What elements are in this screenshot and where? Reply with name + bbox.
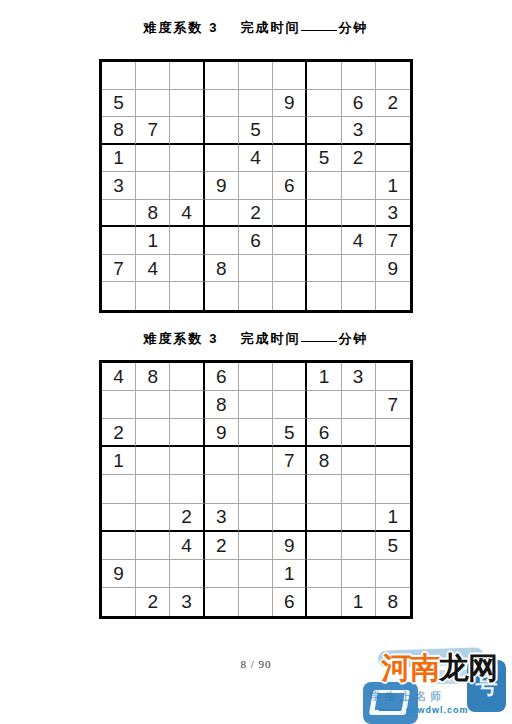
sudoku-cell-r4c4 xyxy=(205,145,239,173)
sudoku-cell-r5c8 xyxy=(342,475,376,503)
sudoku-cell-r8c5 xyxy=(239,560,273,588)
sudoku-cell-r8c8 xyxy=(342,560,376,588)
sudoku-cell-r2c6 xyxy=(273,391,307,419)
sudoku-cell-r8c3 xyxy=(170,255,204,283)
sudoku-cell-r3c1: 8 xyxy=(102,117,136,145)
sudoku-cell-r2c5 xyxy=(239,90,273,118)
sudoku-cell-r5c8 xyxy=(342,172,376,200)
sudoku-cell-r9c4 xyxy=(205,282,239,310)
site-watermark: 学生上名师 河南龙网 号 scwdwl.com xyxy=(362,644,512,724)
sudoku-cell-r2c9: 7 xyxy=(376,391,410,419)
puzzle-1-time-suffix: 分钟 xyxy=(338,20,368,35)
sudoku-cell-r1c3 xyxy=(170,62,204,90)
sudoku-cell-r3c2: 7 xyxy=(136,117,170,145)
time-blank-line xyxy=(301,27,337,31)
sudoku-cell-r9c2 xyxy=(136,282,170,310)
sudoku-cell-r5c1: 3 xyxy=(102,172,136,200)
puzzle-2-title: 难度系数 3完成时间分钟 xyxy=(0,330,512,348)
sudoku-cell-r6c6 xyxy=(273,504,307,532)
sudoku-cell-r2c2 xyxy=(136,90,170,118)
sudoku-cell-r4c9 xyxy=(376,145,410,173)
sudoku-cell-r3c2 xyxy=(136,419,170,447)
sudoku-cell-r7c3 xyxy=(170,227,204,255)
sudoku-cell-r2c8: 6 xyxy=(342,90,376,118)
sudoku-cell-r7c6: 9 xyxy=(273,532,307,560)
sudoku-cell-r4c7: 8 xyxy=(307,447,341,475)
sudoku-cell-r2c2 xyxy=(136,391,170,419)
dash-decoration xyxy=(379,709,401,711)
sudoku-cell-r4c1: 1 xyxy=(102,447,136,475)
sudoku-cell-r9c9: 8 xyxy=(376,588,410,616)
sudoku-cell-r7c7 xyxy=(307,227,341,255)
sudoku-cell-r8c4 xyxy=(205,560,239,588)
sudoku-cell-r1c5 xyxy=(239,363,273,391)
sudoku-cell-r2c3 xyxy=(170,391,204,419)
sudoku-cell-r2c7 xyxy=(307,90,341,118)
sudoku-cell-r7c8 xyxy=(342,532,376,560)
sudoku-cell-r1c8: 3 xyxy=(342,363,376,391)
sudoku-cell-r5c6 xyxy=(273,475,307,503)
sudoku-cell-r6c7 xyxy=(307,200,341,228)
sudoku-cell-r9c8 xyxy=(342,282,376,310)
sudoku-cell-r4c1: 1 xyxy=(102,145,136,173)
watermark-site-line: scwdwl.com xyxy=(362,705,512,715)
sudoku-cell-r3c8 xyxy=(342,419,376,447)
sudoku-cell-r3c6 xyxy=(273,117,307,145)
sudoku-cell-r5c2 xyxy=(136,172,170,200)
sudoku-cell-r4c2 xyxy=(136,145,170,173)
sudoku-cell-r5c7 xyxy=(307,172,341,200)
sudoku-cell-r1c6 xyxy=(273,363,307,391)
sudoku-cell-r8c2 xyxy=(136,560,170,588)
sudoku-cell-r8c2: 4 xyxy=(136,255,170,283)
sudoku-cell-r4c7: 5 xyxy=(307,145,341,173)
sudoku-cell-r4c5 xyxy=(239,447,273,475)
sudoku-cell-r9c5 xyxy=(239,588,273,616)
sudoku-cell-r2c5 xyxy=(239,391,273,419)
sudoku-cell-r2c4 xyxy=(205,90,239,118)
sudoku-cell-r8c6: 1 xyxy=(273,560,307,588)
watermark-brand-second: 龙网 xyxy=(439,651,497,684)
sudoku-cell-r6c1 xyxy=(102,200,136,228)
sudoku-cell-r8c4: 8 xyxy=(205,255,239,283)
sudoku-cell-r3c5 xyxy=(239,419,273,447)
watermark-brand-text: 河南龙网 xyxy=(381,653,497,683)
sudoku-cell-r3c4: 9 xyxy=(205,419,239,447)
sudoku-cell-r6c2 xyxy=(136,504,170,532)
sudoku-cell-r3c9 xyxy=(376,419,410,447)
sudoku-cell-r4c3 xyxy=(170,145,204,173)
sudoku-cell-r6c4: 3 xyxy=(205,504,239,532)
sudoku-cell-r6c9: 3 xyxy=(376,200,410,228)
sudoku-cell-r9c1 xyxy=(102,282,136,310)
sudoku-cell-r7c5: 6 xyxy=(239,227,273,255)
sudoku-cell-r6c9: 1 xyxy=(376,504,410,532)
sudoku-cell-r1c8 xyxy=(342,62,376,90)
sudoku-cell-r3c5: 5 xyxy=(239,117,273,145)
sudoku-cell-r6c5: 2 xyxy=(239,200,273,228)
sudoku-cell-r1c2: 8 xyxy=(136,363,170,391)
sudoku-cell-r1c1 xyxy=(102,62,136,90)
sudoku-cell-r1c9 xyxy=(376,62,410,90)
sudoku-cell-r3c7 xyxy=(307,117,341,145)
watermark-brand-first: 河南 xyxy=(381,651,439,684)
sudoku-cell-r9c4 xyxy=(205,588,239,616)
puzzle-2-time-suffix: 分钟 xyxy=(338,331,368,346)
watermark-site-url: scwdwl.com xyxy=(405,705,468,715)
sudoku-cell-r1c1: 4 xyxy=(102,363,136,391)
sudoku-cell-r3c1: 2 xyxy=(102,419,136,447)
sudoku-cell-r6c1 xyxy=(102,504,136,532)
sudoku-cell-r7c1 xyxy=(102,227,136,255)
sudoku-cell-r6c8 xyxy=(342,200,376,228)
sudoku-cell-r2c1 xyxy=(102,391,136,419)
sudoku-cell-r8c9 xyxy=(376,560,410,588)
sudoku-cell-r5c9 xyxy=(376,475,410,503)
sudoku-cell-r7c5 xyxy=(239,532,273,560)
worksheet-page: 难度系数 3完成时间分钟 596287531452396184231647748… xyxy=(0,0,512,724)
sudoku-cell-r4c6 xyxy=(273,145,307,173)
sudoku-cell-r1c6 xyxy=(273,62,307,90)
sudoku-cell-r5c4: 9 xyxy=(205,172,239,200)
sudoku-cell-r9c7 xyxy=(307,588,341,616)
sudoku-cell-r7c1 xyxy=(102,532,136,560)
sudoku-cell-r5c5 xyxy=(239,172,273,200)
sudoku-cell-r1c3 xyxy=(170,363,204,391)
sudoku-cell-r6c4 xyxy=(205,200,239,228)
sudoku-cell-r4c2 xyxy=(136,447,170,475)
sudoku-cell-r1c9 xyxy=(376,363,410,391)
sudoku-cell-r9c2: 2 xyxy=(136,588,170,616)
sudoku-cell-r9c6: 6 xyxy=(273,588,307,616)
sudoku-grid-2: 4861387295617823142959123618 xyxy=(99,360,413,619)
sudoku-cell-r8c1: 7 xyxy=(102,255,136,283)
dash-decoration xyxy=(473,709,495,711)
sudoku-cell-r8c6 xyxy=(273,255,307,283)
puzzle-2-time-prefix: 完成时间 xyxy=(240,331,300,346)
sudoku-cell-r5c7 xyxy=(307,475,341,503)
sudoku-cell-r4c6: 7 xyxy=(273,447,307,475)
sudoku-cell-r4c8: 2 xyxy=(342,145,376,173)
sudoku-cell-r7c9: 5 xyxy=(376,532,410,560)
sudoku-cell-r9c8: 1 xyxy=(342,588,376,616)
sudoku-cell-r5c3 xyxy=(170,475,204,503)
sudoku-cell-r1c4: 6 xyxy=(205,363,239,391)
puzzle-1-difficulty-label: 难度系数 3 xyxy=(144,20,219,35)
puzzle-2-difficulty-label: 难度系数 3 xyxy=(144,331,219,346)
sudoku-cell-r4c9 xyxy=(376,447,410,475)
sudoku-cell-r3c3 xyxy=(170,117,204,145)
sudoku-cell-r7c7 xyxy=(307,532,341,560)
sudoku-cell-r7c2: 1 xyxy=(136,227,170,255)
sudoku-cell-r6c3: 2 xyxy=(170,504,204,532)
sudoku-cell-r2c3 xyxy=(170,90,204,118)
sudoku-cell-r4c3 xyxy=(170,447,204,475)
sudoku-cell-r4c5: 4 xyxy=(239,145,273,173)
sudoku-cell-r7c4 xyxy=(205,227,239,255)
sudoku-cell-r9c1 xyxy=(102,588,136,616)
sudoku-cell-r1c5 xyxy=(239,62,273,90)
sudoku-cell-r6c8 xyxy=(342,504,376,532)
sudoku-cell-r8c1: 9 xyxy=(102,560,136,588)
sudoku-cell-r5c6: 6 xyxy=(273,172,307,200)
sudoku-cell-r7c2 xyxy=(136,532,170,560)
sudoku-cell-r5c5 xyxy=(239,475,273,503)
sudoku-cell-r9c7 xyxy=(307,282,341,310)
sudoku-cell-r2c8 xyxy=(342,391,376,419)
sudoku-cell-r7c4: 2 xyxy=(205,532,239,560)
sudoku-cell-r1c7 xyxy=(307,62,341,90)
sudoku-cell-r7c9: 7 xyxy=(376,227,410,255)
sudoku-cell-r3c9 xyxy=(376,117,410,145)
sudoku-cell-r5c2 xyxy=(136,475,170,503)
sudoku-cell-r7c3: 4 xyxy=(170,532,204,560)
sudoku-cell-r9c6 xyxy=(273,282,307,310)
sudoku-cell-r3c7: 6 xyxy=(307,419,341,447)
sudoku-cell-r3c8: 3 xyxy=(342,117,376,145)
sudoku-cell-r7c6 xyxy=(273,227,307,255)
sudoku-cell-r8c5 xyxy=(239,255,273,283)
sudoku-cell-r3c6: 5 xyxy=(273,419,307,447)
sudoku-cell-r2c7 xyxy=(307,391,341,419)
sudoku-cell-r2c6: 9 xyxy=(273,90,307,118)
sudoku-cell-r5c4 xyxy=(205,475,239,503)
sudoku-cell-r4c4 xyxy=(205,447,239,475)
sudoku-cell-r6c3: 4 xyxy=(170,200,204,228)
sudoku-cell-r2c4: 8 xyxy=(205,391,239,419)
puzzle-1-title: 难度系数 3完成时间分钟 xyxy=(0,19,512,37)
sudoku-grid-1: 5962875314523961842316477489 xyxy=(99,59,413,313)
sudoku-cell-r6c7 xyxy=(307,504,341,532)
sudoku-cell-r9c9 xyxy=(376,282,410,310)
sudoku-cell-r9c3 xyxy=(170,282,204,310)
sudoku-cell-r1c7: 1 xyxy=(307,363,341,391)
sudoku-cell-r9c5 xyxy=(239,282,273,310)
sudoku-cell-r8c7 xyxy=(307,560,341,588)
sudoku-cell-r5c3 xyxy=(170,172,204,200)
sudoku-cell-r9c3: 3 xyxy=(170,588,204,616)
sudoku-cell-r2c9: 2 xyxy=(376,90,410,118)
sudoku-cell-r5c9: 1 xyxy=(376,172,410,200)
sudoku-cell-r4c8 xyxy=(342,447,376,475)
sudoku-cell-r8c8 xyxy=(342,255,376,283)
sudoku-cell-r8c9: 9 xyxy=(376,255,410,283)
sudoku-cell-r1c2 xyxy=(136,62,170,90)
sudoku-cell-r6c6 xyxy=(273,200,307,228)
sudoku-cell-r6c2: 8 xyxy=(136,200,170,228)
sudoku-cell-r1c4 xyxy=(205,62,239,90)
sudoku-cell-r8c7 xyxy=(307,255,341,283)
sudoku-cell-r2c1: 5 xyxy=(102,90,136,118)
sudoku-cell-r3c3 xyxy=(170,419,204,447)
time-blank-line xyxy=(301,338,337,342)
sudoku-cell-r6c5 xyxy=(239,504,273,532)
sudoku-cell-r7c8: 4 xyxy=(342,227,376,255)
sudoku-cell-r5c1 xyxy=(102,475,136,503)
sudoku-cell-r8c3 xyxy=(170,560,204,588)
sudoku-cell-r3c4 xyxy=(205,117,239,145)
puzzle-1-time-prefix: 完成时间 xyxy=(240,20,300,35)
